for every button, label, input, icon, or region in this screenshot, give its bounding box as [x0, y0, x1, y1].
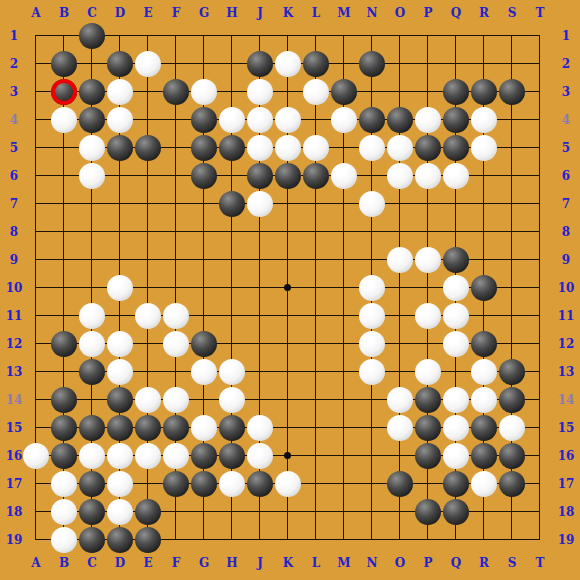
intersection-Q8[interactable] — [442, 218, 470, 246]
intersection-E2[interactable] — [134, 50, 162, 78]
intersection-G16[interactable] — [190, 442, 218, 470]
intersection-S3[interactable] — [498, 78, 526, 106]
intersection-S16[interactable] — [498, 442, 526, 470]
intersection-M16[interactable] — [330, 442, 358, 470]
intersection-L3[interactable] — [302, 78, 330, 106]
intersection-O8[interactable] — [386, 218, 414, 246]
intersection-P7[interactable] — [414, 190, 442, 218]
intersection-F6[interactable] — [162, 162, 190, 190]
intersection-C5[interactable] — [78, 134, 106, 162]
intersection-N16[interactable] — [358, 442, 386, 470]
intersection-R4[interactable] — [470, 106, 498, 134]
intersection-K18[interactable] — [274, 498, 302, 526]
intersection-S13[interactable] — [498, 358, 526, 386]
intersection-R7[interactable] — [470, 190, 498, 218]
intersection-D15[interactable] — [106, 414, 134, 442]
intersection-R5[interactable] — [470, 134, 498, 162]
intersection-G19[interactable] — [190, 526, 218, 554]
intersection-O1[interactable] — [386, 22, 414, 50]
intersection-S19[interactable] — [498, 526, 526, 554]
intersection-L1[interactable] — [302, 22, 330, 50]
intersection-F14[interactable] — [162, 386, 190, 414]
intersection-K10[interactable] — [274, 274, 302, 302]
intersection-R13[interactable] — [470, 358, 498, 386]
intersection-C6[interactable] — [78, 162, 106, 190]
intersection-H3[interactable] — [218, 78, 246, 106]
intersection-R1[interactable] — [470, 22, 498, 50]
intersection-C17[interactable] — [78, 470, 106, 498]
intersection-Q17[interactable] — [442, 470, 470, 498]
intersection-O15[interactable] — [386, 414, 414, 442]
intersection-S17[interactable] — [498, 470, 526, 498]
intersection-P4[interactable] — [414, 106, 442, 134]
intersection-A13[interactable] — [22, 358, 50, 386]
intersection-T6[interactable] — [526, 162, 554, 190]
intersection-N12[interactable] — [358, 330, 386, 358]
intersection-L4[interactable] — [302, 106, 330, 134]
intersection-L14[interactable] — [302, 386, 330, 414]
intersection-N17[interactable] — [358, 470, 386, 498]
intersection-B12[interactable] — [50, 330, 78, 358]
intersection-H8[interactable] — [218, 218, 246, 246]
intersection-B7[interactable] — [50, 190, 78, 218]
intersection-P17[interactable] — [414, 470, 442, 498]
intersection-K9[interactable] — [274, 246, 302, 274]
intersection-B13[interactable] — [50, 358, 78, 386]
intersection-N15[interactable] — [358, 414, 386, 442]
intersection-M14[interactable] — [330, 386, 358, 414]
intersection-P2[interactable] — [414, 50, 442, 78]
intersection-T12[interactable] — [526, 330, 554, 358]
intersection-J7[interactable] — [246, 190, 274, 218]
intersection-T19[interactable] — [526, 526, 554, 554]
intersection-R3[interactable] — [470, 78, 498, 106]
intersection-B18[interactable] — [50, 498, 78, 526]
intersection-M7[interactable] — [330, 190, 358, 218]
intersection-M13[interactable] — [330, 358, 358, 386]
intersection-Q6[interactable] — [442, 162, 470, 190]
intersection-J10[interactable] — [246, 274, 274, 302]
intersection-Q1[interactable] — [442, 22, 470, 50]
intersection-O7[interactable] — [386, 190, 414, 218]
intersection-Q11[interactable] — [442, 302, 470, 330]
intersection-A16[interactable] — [22, 442, 50, 470]
intersection-T16[interactable] — [526, 442, 554, 470]
intersection-J17[interactable] — [246, 470, 274, 498]
intersection-M10[interactable] — [330, 274, 358, 302]
intersection-T18[interactable] — [526, 498, 554, 526]
intersection-J2[interactable] — [246, 50, 274, 78]
intersection-S10[interactable] — [498, 274, 526, 302]
intersection-T14[interactable] — [526, 386, 554, 414]
intersection-T2[interactable] — [526, 50, 554, 78]
intersection-G9[interactable] — [190, 246, 218, 274]
intersection-G5[interactable] — [190, 134, 218, 162]
intersection-B6[interactable] — [50, 162, 78, 190]
intersection-T7[interactable] — [526, 190, 554, 218]
intersection-S5[interactable] — [498, 134, 526, 162]
intersection-A8[interactable] — [22, 218, 50, 246]
intersection-M11[interactable] — [330, 302, 358, 330]
intersection-Q14[interactable] — [442, 386, 470, 414]
intersection-J19[interactable] — [246, 526, 274, 554]
intersection-C7[interactable] — [78, 190, 106, 218]
intersection-L12[interactable] — [302, 330, 330, 358]
intersection-Q10[interactable] — [442, 274, 470, 302]
intersection-P6[interactable] — [414, 162, 442, 190]
intersection-C10[interactable] — [78, 274, 106, 302]
intersection-H1[interactable] — [218, 22, 246, 50]
intersection-F18[interactable] — [162, 498, 190, 526]
intersection-B10[interactable] — [50, 274, 78, 302]
intersection-N2[interactable] — [358, 50, 386, 78]
intersection-B2[interactable] — [50, 50, 78, 78]
intersection-F5[interactable] — [162, 134, 190, 162]
intersection-O13[interactable] — [386, 358, 414, 386]
intersection-N5[interactable] — [358, 134, 386, 162]
intersection-K7[interactable] — [274, 190, 302, 218]
intersection-E4[interactable] — [134, 106, 162, 134]
intersection-A12[interactable] — [22, 330, 50, 358]
intersection-G12[interactable] — [190, 330, 218, 358]
intersection-T11[interactable] — [526, 302, 554, 330]
intersection-R9[interactable] — [470, 246, 498, 274]
intersection-G18[interactable] — [190, 498, 218, 526]
intersection-K11[interactable] — [274, 302, 302, 330]
intersection-P9[interactable] — [414, 246, 442, 274]
intersection-S1[interactable] — [498, 22, 526, 50]
intersection-K1[interactable] — [274, 22, 302, 50]
intersection-J18[interactable] — [246, 498, 274, 526]
intersection-A14[interactable] — [22, 386, 50, 414]
intersection-H6[interactable] — [218, 162, 246, 190]
intersection-C11[interactable] — [78, 302, 106, 330]
intersection-T8[interactable] — [526, 218, 554, 246]
intersection-T3[interactable] — [526, 78, 554, 106]
intersection-Q4[interactable] — [442, 106, 470, 134]
intersection-J13[interactable] — [246, 358, 274, 386]
intersection-D17[interactable] — [106, 470, 134, 498]
intersection-M1[interactable] — [330, 22, 358, 50]
intersection-T5[interactable] — [526, 134, 554, 162]
intersection-N19[interactable] — [358, 526, 386, 554]
intersection-T9[interactable] — [526, 246, 554, 274]
intersection-T10[interactable] — [526, 274, 554, 302]
intersection-K8[interactable] — [274, 218, 302, 246]
intersection-G7[interactable] — [190, 190, 218, 218]
intersection-C9[interactable] — [78, 246, 106, 274]
intersection-D16[interactable] — [106, 442, 134, 470]
intersection-H9[interactable] — [218, 246, 246, 274]
intersection-D11[interactable] — [106, 302, 134, 330]
intersection-E18[interactable] — [134, 498, 162, 526]
intersection-C1[interactable] — [78, 22, 106, 50]
intersection-G13[interactable] — [190, 358, 218, 386]
intersection-D9[interactable] — [106, 246, 134, 274]
intersection-D13[interactable] — [106, 358, 134, 386]
intersection-T17[interactable] — [526, 470, 554, 498]
intersection-O9[interactable] — [386, 246, 414, 274]
intersection-B16[interactable] — [50, 442, 78, 470]
intersection-O2[interactable] — [386, 50, 414, 78]
intersection-C4[interactable] — [78, 106, 106, 134]
intersection-H15[interactable] — [218, 414, 246, 442]
intersection-J15[interactable] — [246, 414, 274, 442]
intersection-H10[interactable] — [218, 274, 246, 302]
intersection-N7[interactable] — [358, 190, 386, 218]
intersection-B17[interactable] — [50, 470, 78, 498]
intersection-E5[interactable] — [134, 134, 162, 162]
intersection-H19[interactable] — [218, 526, 246, 554]
intersection-M12[interactable] — [330, 330, 358, 358]
intersection-R14[interactable] — [470, 386, 498, 414]
intersection-E16[interactable] — [134, 442, 162, 470]
intersection-P16[interactable] — [414, 442, 442, 470]
intersection-S7[interactable] — [498, 190, 526, 218]
intersection-H16[interactable] — [218, 442, 246, 470]
intersection-A17[interactable] — [22, 470, 50, 498]
intersection-N10[interactable] — [358, 274, 386, 302]
intersection-D6[interactable] — [106, 162, 134, 190]
intersection-H14[interactable] — [218, 386, 246, 414]
intersection-D12[interactable] — [106, 330, 134, 358]
intersection-A11[interactable] — [22, 302, 50, 330]
intersection-F10[interactable] — [162, 274, 190, 302]
intersection-H7[interactable] — [218, 190, 246, 218]
intersection-L15[interactable] — [302, 414, 330, 442]
intersection-K13[interactable] — [274, 358, 302, 386]
intersection-D10[interactable] — [106, 274, 134, 302]
intersection-T13[interactable] — [526, 358, 554, 386]
intersection-E14[interactable] — [134, 386, 162, 414]
intersection-M6[interactable] — [330, 162, 358, 190]
intersection-C12[interactable] — [78, 330, 106, 358]
intersection-C19[interactable] — [78, 526, 106, 554]
intersection-Q7[interactable] — [442, 190, 470, 218]
intersection-S2[interactable] — [498, 50, 526, 78]
intersection-H13[interactable] — [218, 358, 246, 386]
intersection-E12[interactable] — [134, 330, 162, 358]
intersection-H11[interactable] — [218, 302, 246, 330]
intersection-Q5[interactable] — [442, 134, 470, 162]
intersection-L5[interactable] — [302, 134, 330, 162]
intersection-A5[interactable] — [22, 134, 50, 162]
intersection-M17[interactable] — [330, 470, 358, 498]
intersection-J1[interactable] — [246, 22, 274, 50]
intersection-A7[interactable] — [22, 190, 50, 218]
intersection-N1[interactable] — [358, 22, 386, 50]
intersection-T15[interactable] — [526, 414, 554, 442]
intersection-D5[interactable] — [106, 134, 134, 162]
intersection-Q16[interactable] — [442, 442, 470, 470]
intersection-B14[interactable] — [50, 386, 78, 414]
intersection-H4[interactable] — [218, 106, 246, 134]
intersection-H12[interactable] — [218, 330, 246, 358]
intersection-R17[interactable] — [470, 470, 498, 498]
intersection-B19[interactable] — [50, 526, 78, 554]
intersection-E6[interactable] — [134, 162, 162, 190]
intersection-R2[interactable] — [470, 50, 498, 78]
intersection-F3[interactable] — [162, 78, 190, 106]
intersection-L6[interactable] — [302, 162, 330, 190]
intersection-P10[interactable] — [414, 274, 442, 302]
intersection-P8[interactable] — [414, 218, 442, 246]
intersection-S9[interactable] — [498, 246, 526, 274]
intersection-G10[interactable] — [190, 274, 218, 302]
intersection-K19[interactable] — [274, 526, 302, 554]
intersection-H17[interactable] — [218, 470, 246, 498]
intersection-O6[interactable] — [386, 162, 414, 190]
intersection-S15[interactable] — [498, 414, 526, 442]
intersection-L8[interactable] — [302, 218, 330, 246]
intersection-M19[interactable] — [330, 526, 358, 554]
intersection-G4[interactable] — [190, 106, 218, 134]
intersection-B1[interactable] — [50, 22, 78, 50]
intersection-J11[interactable] — [246, 302, 274, 330]
intersection-K6[interactable] — [274, 162, 302, 190]
intersection-E19[interactable] — [134, 526, 162, 554]
intersection-C8[interactable] — [78, 218, 106, 246]
intersection-K14[interactable] — [274, 386, 302, 414]
intersection-N4[interactable] — [358, 106, 386, 134]
intersection-A3[interactable] — [22, 78, 50, 106]
intersection-A19[interactable] — [22, 526, 50, 554]
intersection-K3[interactable] — [274, 78, 302, 106]
intersection-L9[interactable] — [302, 246, 330, 274]
intersection-D18[interactable] — [106, 498, 134, 526]
intersection-B4[interactable] — [50, 106, 78, 134]
intersection-J14[interactable] — [246, 386, 274, 414]
intersection-B15[interactable] — [50, 414, 78, 442]
intersection-D2[interactable] — [106, 50, 134, 78]
intersection-M18[interactable] — [330, 498, 358, 526]
intersection-H2[interactable] — [218, 50, 246, 78]
intersection-R10[interactable] — [470, 274, 498, 302]
intersection-C14[interactable] — [78, 386, 106, 414]
intersection-C15[interactable] — [78, 414, 106, 442]
intersection-J9[interactable] — [246, 246, 274, 274]
intersection-B5[interactable] — [50, 134, 78, 162]
intersection-Q15[interactable] — [442, 414, 470, 442]
intersection-A9[interactable] — [22, 246, 50, 274]
intersection-H18[interactable] — [218, 498, 246, 526]
intersection-O3[interactable] — [386, 78, 414, 106]
intersection-N6[interactable] — [358, 162, 386, 190]
intersection-M3[interactable] — [330, 78, 358, 106]
intersection-M9[interactable] — [330, 246, 358, 274]
intersection-B9[interactable] — [50, 246, 78, 274]
intersection-F2[interactable] — [162, 50, 190, 78]
intersection-L11[interactable] — [302, 302, 330, 330]
intersection-E8[interactable] — [134, 218, 162, 246]
intersection-G2[interactable] — [190, 50, 218, 78]
intersection-O19[interactable] — [386, 526, 414, 554]
intersection-R8[interactable] — [470, 218, 498, 246]
intersection-E9[interactable] — [134, 246, 162, 274]
intersection-F1[interactable] — [162, 22, 190, 50]
intersection-S14[interactable] — [498, 386, 526, 414]
intersection-A2[interactable] — [22, 50, 50, 78]
intersection-Q19[interactable] — [442, 526, 470, 554]
intersection-E17[interactable] — [134, 470, 162, 498]
intersection-O10[interactable] — [386, 274, 414, 302]
intersection-G11[interactable] — [190, 302, 218, 330]
intersection-R11[interactable] — [470, 302, 498, 330]
intersection-H5[interactable] — [218, 134, 246, 162]
intersection-Q3[interactable] — [442, 78, 470, 106]
intersection-J4[interactable] — [246, 106, 274, 134]
intersection-K2[interactable] — [274, 50, 302, 78]
intersection-P18[interactable] — [414, 498, 442, 526]
intersection-O11[interactable] — [386, 302, 414, 330]
intersection-B8[interactable] — [50, 218, 78, 246]
intersection-E3[interactable] — [134, 78, 162, 106]
intersection-F13[interactable] — [162, 358, 190, 386]
intersection-P11[interactable] — [414, 302, 442, 330]
intersection-G8[interactable] — [190, 218, 218, 246]
intersection-E1[interactable] — [134, 22, 162, 50]
intersection-A10[interactable] — [22, 274, 50, 302]
intersection-Q18[interactable] — [442, 498, 470, 526]
intersection-S12[interactable] — [498, 330, 526, 358]
intersection-K16[interactable] — [274, 442, 302, 470]
intersection-F4[interactable] — [162, 106, 190, 134]
intersection-J12[interactable] — [246, 330, 274, 358]
intersection-B3[interactable] — [50, 78, 78, 106]
intersection-P5[interactable] — [414, 134, 442, 162]
intersection-R19[interactable] — [470, 526, 498, 554]
intersection-P14[interactable] — [414, 386, 442, 414]
intersection-F17[interactable] — [162, 470, 190, 498]
intersection-L16[interactable] — [302, 442, 330, 470]
intersection-J5[interactable] — [246, 134, 274, 162]
intersection-F9[interactable] — [162, 246, 190, 274]
intersection-P15[interactable] — [414, 414, 442, 442]
intersection-F15[interactable] — [162, 414, 190, 442]
intersection-O5[interactable] — [386, 134, 414, 162]
intersection-K17[interactable] — [274, 470, 302, 498]
intersection-A1[interactable] — [22, 22, 50, 50]
intersection-D8[interactable] — [106, 218, 134, 246]
intersection-D4[interactable] — [106, 106, 134, 134]
intersection-Q13[interactable] — [442, 358, 470, 386]
intersection-F11[interactable] — [162, 302, 190, 330]
intersection-G1[interactable] — [190, 22, 218, 50]
intersection-P19[interactable] — [414, 526, 442, 554]
intersection-E11[interactable] — [134, 302, 162, 330]
intersection-L7[interactable] — [302, 190, 330, 218]
intersection-M2[interactable] — [330, 50, 358, 78]
intersection-P12[interactable] — [414, 330, 442, 358]
intersection-N8[interactable] — [358, 218, 386, 246]
intersection-D1[interactable] — [106, 22, 134, 50]
intersection-O17[interactable] — [386, 470, 414, 498]
intersection-D7[interactable] — [106, 190, 134, 218]
intersection-P1[interactable] — [414, 22, 442, 50]
intersection-P3[interactable] — [414, 78, 442, 106]
intersection-N3[interactable] — [358, 78, 386, 106]
intersection-L2[interactable] — [302, 50, 330, 78]
intersection-G14[interactable] — [190, 386, 218, 414]
intersection-L19[interactable] — [302, 526, 330, 554]
intersection-N11[interactable] — [358, 302, 386, 330]
intersection-G15[interactable] — [190, 414, 218, 442]
intersection-R6[interactable] — [470, 162, 498, 190]
intersection-C13[interactable] — [78, 358, 106, 386]
intersection-L13[interactable] — [302, 358, 330, 386]
intersection-M5[interactable] — [330, 134, 358, 162]
intersection-O4[interactable] — [386, 106, 414, 134]
